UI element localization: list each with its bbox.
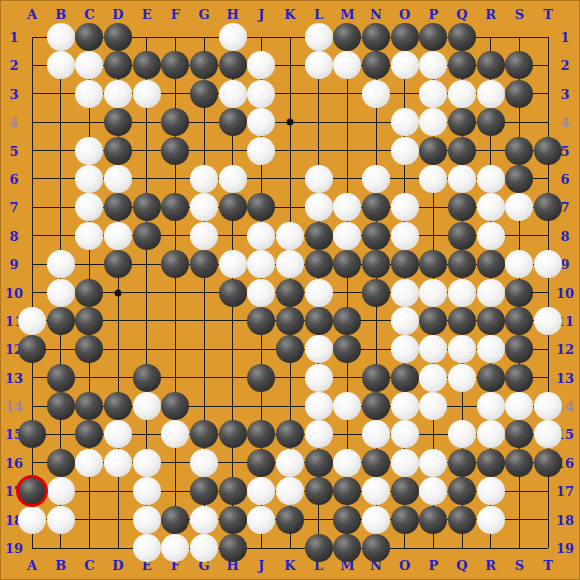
row-label-right-3: 3 — [560, 87, 569, 100]
black-stone-B14[interactable] — [47, 392, 75, 420]
row-label-left-6: 6 — [9, 172, 18, 185]
black-stone-S2[interactable] — [505, 51, 533, 79]
white-stone-E19[interactable] — [133, 534, 161, 562]
black-stone-E13[interactable] — [133, 364, 161, 392]
white-stone-N6[interactable] — [362, 165, 390, 193]
black-stone-L9[interactable] — [305, 250, 333, 278]
column-label-bottom-T: T — [543, 559, 553, 572]
column-label-top-R: R — [485, 8, 496, 21]
white-stone-T14[interactable] — [534, 392, 562, 420]
black-stone-C14[interactable] — [75, 392, 103, 420]
white-stone-G7[interactable] — [190, 193, 218, 221]
black-stone-G2[interactable] — [190, 51, 218, 79]
black-stone-K15[interactable] — [276, 420, 304, 448]
black-stone-H4[interactable] — [219, 108, 247, 136]
black-stone-K10[interactable] — [276, 279, 304, 307]
black-stone-N16[interactable] — [362, 449, 390, 477]
row-label-right-19: 19 — [556, 542, 574, 555]
white-stone-R14[interactable] — [477, 392, 505, 420]
row-label-left-16: 16 — [5, 456, 23, 469]
black-stone-C12[interactable] — [75, 335, 103, 363]
white-stone-R6[interactable] — [477, 165, 505, 193]
white-stone-P12[interactable] — [419, 335, 447, 363]
column-label-top-K: K — [284, 8, 295, 21]
white-stone-H6[interactable] — [219, 165, 247, 193]
white-stone-C3[interactable] — [75, 80, 103, 108]
row-label-left-19: 19 — [5, 542, 23, 555]
white-stone-T15[interactable] — [534, 420, 562, 448]
black-stone-J15[interactable] — [247, 420, 275, 448]
row-label-right-12: 12 — [556, 343, 574, 356]
black-stone-O18[interactable] — [391, 506, 419, 534]
star-point-K4 — [287, 119, 294, 126]
black-stone-Q11[interactable] — [448, 307, 476, 335]
white-stone-H3[interactable] — [219, 80, 247, 108]
black-stone-F5[interactable] — [161, 137, 189, 165]
black-stone-D4[interactable] — [104, 108, 132, 136]
black-stone-P1[interactable] — [419, 23, 447, 51]
black-stone-S16[interactable] — [505, 449, 533, 477]
column-label-top-B: B — [55, 8, 66, 21]
column-label-bottom-K: K — [284, 559, 295, 572]
white-stone-G19[interactable] — [190, 534, 218, 562]
black-stone-F4[interactable] — [161, 108, 189, 136]
white-stone-C6[interactable] — [75, 165, 103, 193]
black-stone-Q9[interactable] — [448, 250, 476, 278]
white-stone-R17[interactable] — [477, 477, 505, 505]
row-label-left-7: 7 — [9, 201, 18, 214]
white-stone-C5[interactable] — [75, 137, 103, 165]
black-stone-O13[interactable] — [391, 364, 419, 392]
white-stone-R3[interactable] — [477, 80, 505, 108]
column-label-top-F: F — [171, 8, 180, 21]
black-stone-B16[interactable] — [47, 449, 75, 477]
white-stone-D6[interactable] — [104, 165, 132, 193]
white-stone-J18[interactable] — [247, 506, 275, 534]
black-stone-M18[interactable] — [333, 506, 361, 534]
black-stone-D5[interactable] — [104, 137, 132, 165]
column-label-top-D: D — [112, 8, 123, 21]
black-stone-F9[interactable] — [161, 250, 189, 278]
white-stone-R10[interactable] — [477, 279, 505, 307]
white-stone-B9[interactable] — [47, 250, 75, 278]
black-stone-H17[interactable] — [219, 477, 247, 505]
white-stone-J8[interactable] — [247, 222, 275, 250]
white-stone-E17[interactable] — [133, 477, 161, 505]
go-board: AABBCCDDEEFFGGHHJJKKLLMMNNOOPPQQRRSSTT11… — [0, 0, 580, 580]
white-stone-N3[interactable] — [362, 80, 390, 108]
white-stone-L15[interactable] — [305, 420, 333, 448]
white-stone-B18[interactable] — [47, 506, 75, 534]
row-label-left-2: 2 — [9, 59, 18, 72]
black-stone-D2[interactable] — [104, 51, 132, 79]
column-label-top-O: O — [399, 8, 410, 21]
black-stone-S5[interactable] — [505, 137, 533, 165]
white-stone-M2[interactable] — [333, 51, 361, 79]
white-stone-H9[interactable] — [219, 250, 247, 278]
last-move-marker-A17 — [16, 475, 48, 507]
black-stone-F14[interactable] — [161, 392, 189, 420]
black-stone-R11[interactable] — [477, 307, 505, 335]
white-stone-L12[interactable] — [305, 335, 333, 363]
row-label-left-9: 9 — [9, 258, 18, 271]
black-stone-N7[interactable] — [362, 193, 390, 221]
black-stone-Q16[interactable] — [448, 449, 476, 477]
black-stone-H18[interactable] — [219, 506, 247, 534]
white-stone-A18[interactable] — [18, 506, 46, 534]
black-stone-N19[interactable] — [362, 534, 390, 562]
black-stone-Q18[interactable] — [448, 506, 476, 534]
black-stone-B11[interactable] — [47, 307, 75, 335]
white-stone-B2[interactable] — [47, 51, 75, 79]
black-stone-H19[interactable] — [219, 534, 247, 562]
row-label-right-10: 10 — [556, 286, 574, 299]
white-stone-H1[interactable] — [219, 23, 247, 51]
white-stone-T9[interactable] — [534, 250, 562, 278]
row-label-right-6: 6 — [560, 172, 569, 185]
black-stone-C15[interactable] — [75, 420, 103, 448]
white-stone-C16[interactable] — [75, 449, 103, 477]
black-stone-M19[interactable] — [333, 534, 361, 562]
white-stone-O11[interactable] — [391, 307, 419, 335]
white-stone-G16[interactable] — [190, 449, 218, 477]
black-stone-E7[interactable] — [133, 193, 161, 221]
black-stone-P18[interactable] — [419, 506, 447, 534]
black-stone-M11[interactable] — [333, 307, 361, 335]
white-stone-J3[interactable] — [247, 80, 275, 108]
white-stone-Q12[interactable] — [448, 335, 476, 363]
black-stone-G9[interactable] — [190, 250, 218, 278]
black-stone-M9[interactable] — [333, 250, 361, 278]
black-stone-F2[interactable] — [161, 51, 189, 79]
white-stone-S9[interactable] — [505, 250, 533, 278]
white-stone-J17[interactable] — [247, 477, 275, 505]
white-stone-J10[interactable] — [247, 279, 275, 307]
white-stone-G18[interactable] — [190, 506, 218, 534]
white-stone-M8[interactable] — [333, 222, 361, 250]
black-stone-N8[interactable] — [362, 222, 390, 250]
white-stone-B1[interactable] — [47, 23, 75, 51]
black-stone-D14[interactable] — [104, 392, 132, 420]
white-stone-E3[interactable] — [133, 80, 161, 108]
black-stone-P5[interactable] — [419, 137, 447, 165]
black-stone-S3[interactable] — [505, 80, 533, 108]
black-stone-H2[interactable] — [219, 51, 247, 79]
column-label-top-S: S — [515, 8, 524, 21]
white-stone-L7[interactable] — [305, 193, 333, 221]
white-stone-J9[interactable] — [247, 250, 275, 278]
row-label-left-4: 4 — [9, 116, 18, 129]
black-stone-R16[interactable] — [477, 449, 505, 477]
black-stone-A12[interactable] — [18, 335, 46, 363]
black-stone-C11[interactable] — [75, 307, 103, 335]
black-stone-S10[interactable] — [505, 279, 533, 307]
black-stone-T16[interactable] — [534, 449, 562, 477]
row-label-right-13: 13 — [556, 371, 574, 384]
black-stone-L16[interactable] — [305, 449, 333, 477]
white-stone-O12[interactable] — [391, 335, 419, 363]
white-stone-Q15[interactable] — [448, 420, 476, 448]
black-stone-T7[interactable] — [534, 193, 562, 221]
column-label-bottom-J: J — [258, 559, 264, 572]
white-stone-L10[interactable] — [305, 279, 333, 307]
white-stone-Q6[interactable] — [448, 165, 476, 193]
row-label-right-8: 8 — [560, 229, 569, 242]
column-label-top-M: M — [340, 8, 354, 21]
black-stone-G3[interactable] — [190, 80, 218, 108]
black-stone-C10[interactable] — [75, 279, 103, 307]
column-label-top-J: J — [258, 8, 264, 21]
row-label-right-4: 4 — [560, 116, 569, 129]
white-stone-Q13[interactable] — [448, 364, 476, 392]
black-stone-S6[interactable] — [505, 165, 533, 193]
white-stone-K17[interactable] — [276, 477, 304, 505]
column-label-bottom-A: A — [27, 559, 37, 572]
white-stone-N17[interactable] — [362, 477, 390, 505]
black-stone-Q2[interactable] — [448, 51, 476, 79]
black-stone-R4[interactable] — [477, 108, 505, 136]
black-stone-R13[interactable] — [477, 364, 505, 392]
column-label-bottom-Q: Q — [456, 559, 467, 572]
white-stone-M7[interactable] — [333, 193, 361, 221]
black-stone-P11[interactable] — [419, 307, 447, 335]
white-stone-R7[interactable] — [477, 193, 505, 221]
white-stone-O4[interactable] — [391, 108, 419, 136]
white-stone-F15[interactable] — [161, 420, 189, 448]
black-stone-F18[interactable] — [161, 506, 189, 534]
black-stone-T5[interactable] — [534, 137, 562, 165]
black-stone-Q5[interactable] — [448, 137, 476, 165]
column-label-top-T: T — [543, 8, 553, 21]
white-stone-J5[interactable] — [247, 137, 275, 165]
grid-horizontal-line-19 — [32, 548, 548, 549]
white-stone-Q10[interactable] — [448, 279, 476, 307]
black-stone-D9[interactable] — [104, 250, 132, 278]
white-stone-E18[interactable] — [133, 506, 161, 534]
row-label-right-2: 2 — [560, 59, 569, 72]
black-stone-G17[interactable] — [190, 477, 218, 505]
black-stone-A15[interactable] — [18, 420, 46, 448]
white-stone-L13[interactable] — [305, 364, 333, 392]
column-label-top-Q: Q — [456, 8, 467, 21]
black-stone-Q4[interactable] — [448, 108, 476, 136]
row-label-left-13: 13 — [5, 371, 23, 384]
white-stone-O2[interactable] — [391, 51, 419, 79]
column-label-top-N: N — [370, 8, 382, 21]
white-stone-O10[interactable] — [391, 279, 419, 307]
black-stone-S15[interactable] — [505, 420, 533, 448]
white-stone-S7[interactable] — [505, 193, 533, 221]
column-label-top-L: L — [314, 8, 323, 21]
white-stone-G6[interactable] — [190, 165, 218, 193]
black-stone-K12[interactable] — [276, 335, 304, 363]
black-stone-N2[interactable] — [362, 51, 390, 79]
row-label-right-1: 1 — [560, 31, 569, 44]
black-stone-O9[interactable] — [391, 250, 419, 278]
black-stone-M17[interactable] — [333, 477, 361, 505]
column-label-bottom-R: R — [485, 559, 496, 572]
black-stone-F7[interactable] — [161, 193, 189, 221]
white-stone-P16[interactable] — [419, 449, 447, 477]
black-stone-K11[interactable] — [276, 307, 304, 335]
black-stone-L8[interactable] — [305, 222, 333, 250]
white-stone-J2[interactable] — [247, 51, 275, 79]
white-stone-Q3[interactable] — [448, 80, 476, 108]
black-stone-E8[interactable] — [133, 222, 161, 250]
black-stone-P9[interactable] — [419, 250, 447, 278]
row-label-right-18: 18 — [556, 513, 574, 526]
white-stone-C2[interactable] — [75, 51, 103, 79]
column-label-bottom-O: O — [399, 559, 410, 572]
white-stone-J4[interactable] — [247, 108, 275, 136]
black-stone-M12[interactable] — [333, 335, 361, 363]
white-stone-M14[interactable] — [333, 392, 361, 420]
row-label-left-10: 10 — [5, 286, 23, 299]
white-stone-D3[interactable] — [104, 80, 132, 108]
white-stone-P6[interactable] — [419, 165, 447, 193]
star-point-D10 — [115, 289, 122, 296]
white-stone-P10[interactable] — [419, 279, 447, 307]
white-stone-C7[interactable] — [75, 193, 103, 221]
white-stone-N18[interactable] — [362, 506, 390, 534]
white-stone-L1[interactable] — [305, 23, 333, 51]
column-label-top-H: H — [227, 8, 239, 21]
white-stone-B17[interactable] — [47, 477, 75, 505]
black-stone-N9[interactable] — [362, 250, 390, 278]
black-stone-M1[interactable] — [333, 23, 361, 51]
column-label-top-A: A — [27, 8, 37, 21]
black-stone-Q17[interactable] — [448, 477, 476, 505]
white-stone-P2[interactable] — [419, 51, 447, 79]
black-stone-R2[interactable] — [477, 51, 505, 79]
row-label-left-14: 14 — [5, 400, 23, 413]
black-stone-S12[interactable] — [505, 335, 533, 363]
black-stone-O1[interactable] — [391, 23, 419, 51]
black-stone-G15[interactable] — [190, 420, 218, 448]
white-stone-D16[interactable] — [104, 449, 132, 477]
black-stone-L19[interactable] — [305, 534, 333, 562]
black-stone-D7[interactable] — [104, 193, 132, 221]
row-label-right-17: 17 — [556, 485, 574, 498]
column-label-top-P: P — [428, 8, 438, 21]
white-stone-P4[interactable] — [419, 108, 447, 136]
black-stone-C1[interactable] — [75, 23, 103, 51]
black-stone-N1[interactable] — [362, 23, 390, 51]
black-stone-J13[interactable] — [247, 364, 275, 392]
black-stone-N13[interactable] — [362, 364, 390, 392]
white-stone-O15[interactable] — [391, 420, 419, 448]
white-stone-L6[interactable] — [305, 165, 333, 193]
row-label-left-8: 8 — [9, 229, 18, 242]
white-stone-L14[interactable] — [305, 392, 333, 420]
black-stone-L11[interactable] — [305, 307, 333, 335]
white-stone-O7[interactable] — [391, 193, 419, 221]
column-label-bottom-S: S — [515, 559, 524, 572]
black-stone-Q1[interactable] — [448, 23, 476, 51]
black-stone-J11[interactable] — [247, 307, 275, 335]
white-stone-L2[interactable] — [305, 51, 333, 79]
white-stone-P17[interactable] — [419, 477, 447, 505]
column-label-top-C: C — [84, 8, 94, 21]
white-stone-T11[interactable] — [534, 307, 562, 335]
black-stone-Q8[interactable] — [448, 222, 476, 250]
white-stone-M16[interactable] — [333, 449, 361, 477]
black-stone-D1[interactable] — [104, 23, 132, 51]
black-stone-N14[interactable] — [362, 392, 390, 420]
row-label-left-3: 3 — [9, 87, 18, 100]
column-label-bottom-B: B — [55, 559, 66, 572]
black-stone-N10[interactable] — [362, 279, 390, 307]
column-label-bottom-C: C — [84, 559, 94, 572]
row-label-left-5: 5 — [9, 144, 18, 157]
column-label-top-G: G — [198, 8, 209, 21]
white-stone-R8[interactable] — [477, 222, 505, 250]
black-stone-R9[interactable] — [477, 250, 505, 278]
black-stone-J7[interactable] — [247, 193, 275, 221]
white-stone-O8[interactable] — [391, 222, 419, 250]
white-stone-O16[interactable] — [391, 449, 419, 477]
black-stone-H7[interactable] — [219, 193, 247, 221]
white-stone-P3[interactable] — [419, 80, 447, 108]
column-label-bottom-D: D — [112, 559, 123, 572]
white-stone-K9[interactable] — [276, 250, 304, 278]
white-stone-P13[interactable] — [419, 364, 447, 392]
black-stone-E2[interactable] — [133, 51, 161, 79]
white-stone-R15[interactable] — [477, 420, 505, 448]
white-stone-E14[interactable] — [133, 392, 161, 420]
white-stone-K16[interactable] — [276, 449, 304, 477]
white-stone-K8[interactable] — [276, 222, 304, 250]
white-stone-F19[interactable] — [161, 534, 189, 562]
black-stone-O17[interactable] — [391, 477, 419, 505]
black-stone-B13[interactable] — [47, 364, 75, 392]
white-stone-C8[interactable] — [75, 222, 103, 250]
white-stone-D15[interactable] — [104, 420, 132, 448]
black-stone-K18[interactable] — [276, 506, 304, 534]
black-stone-Q7[interactable] — [448, 193, 476, 221]
white-stone-O14[interactable] — [391, 392, 419, 420]
white-stone-R12[interactable] — [477, 335, 505, 363]
white-stone-E16[interactable] — [133, 449, 161, 477]
column-label-bottom-P: P — [428, 559, 438, 572]
white-stone-P14[interactable] — [419, 392, 447, 420]
row-label-left-1: 1 — [9, 31, 18, 44]
white-stone-D8[interactable] — [104, 222, 132, 250]
black-stone-J16[interactable] — [247, 449, 275, 477]
black-stone-H10[interactable] — [219, 279, 247, 307]
white-stone-N15[interactable] — [362, 420, 390, 448]
white-stone-B10[interactable] — [47, 279, 75, 307]
black-stone-L17[interactable] — [305, 477, 333, 505]
white-stone-O5[interactable] — [391, 137, 419, 165]
white-stone-R18[interactable] — [477, 506, 505, 534]
black-stone-S13[interactable] — [505, 364, 533, 392]
black-stone-H15[interactable] — [219, 420, 247, 448]
white-stone-S14[interactable] — [505, 392, 533, 420]
black-stone-S11[interactable] — [505, 307, 533, 335]
white-stone-A11[interactable] — [18, 307, 46, 335]
column-label-top-E: E — [142, 8, 152, 21]
white-stone-G8[interactable] — [190, 222, 218, 250]
